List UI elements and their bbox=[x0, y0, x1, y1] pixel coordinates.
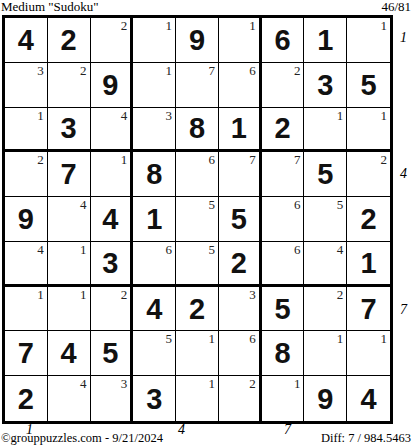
pencil-mark: 6 bbox=[249, 331, 256, 346]
pencil-mark: 6 bbox=[294, 197, 301, 212]
sudoku-cell-r2c3[interactable]: 9 bbox=[91, 63, 134, 108]
pencil-mark: 2 bbox=[80, 63, 87, 78]
row-label-7: 7 bbox=[400, 302, 407, 318]
sudoku-cell-r1c8[interactable]: 1 bbox=[304, 18, 347, 63]
sudoku-cell-r4c3[interactable]: 1 bbox=[91, 152, 134, 197]
sudoku-cell-r5c9[interactable]: 2 bbox=[347, 197, 390, 242]
pencil-mark: 1 bbox=[208, 331, 215, 346]
sudoku-cell-r4c9[interactable]: 2 bbox=[347, 152, 390, 197]
sudoku-cell-r5c3[interactable]: 4 bbox=[91, 197, 134, 242]
given-digit: 1 bbox=[146, 205, 162, 234]
given-digit: 2 bbox=[361, 205, 377, 234]
pencil-mark: 2 bbox=[121, 287, 128, 302]
sudoku-cell-r1c4[interactable]: 1 bbox=[133, 18, 176, 63]
sudoku-cell-r1c3[interactable]: 2 bbox=[91, 18, 134, 63]
pencil-mark: 2 bbox=[294, 63, 301, 78]
sudoku-cell-r2c2[interactable]: 2 bbox=[48, 63, 91, 108]
sudoku-cell-r4c1[interactable]: 2 bbox=[5, 152, 48, 197]
sudoku-cell-r5c4[interactable]: 1 bbox=[133, 197, 176, 242]
given-digit: 1 bbox=[361, 249, 377, 278]
row-label-1: 1 bbox=[400, 30, 407, 46]
pencil-mark: 2 bbox=[249, 376, 256, 391]
pencil-mark: 1 bbox=[80, 287, 87, 302]
sudoku-cell-r8c2[interactable]: 4 bbox=[48, 331, 91, 376]
sudoku-cell-r2c1[interactable]: 3 bbox=[5, 63, 48, 108]
footer: ©grouppuzzles.com - 9/21/2024 Diff: 7 / … bbox=[0, 430, 412, 445]
sudoku-cell-r8c9[interactable]: 1 bbox=[347, 331, 390, 376]
given-digit: 7 bbox=[61, 160, 77, 189]
given-digit: 1 bbox=[231, 114, 247, 143]
sudoku-cell-r5c6[interactable]: 5 bbox=[219, 197, 262, 242]
sudoku-cell-r8c8[interactable]: 1 bbox=[304, 331, 347, 376]
sudoku-cell-r7c9[interactable]: 7 bbox=[347, 287, 390, 332]
sudoku-cell-r1c5[interactable]: 9 bbox=[176, 18, 219, 63]
sudoku-cell-r3c9[interactable]: 1 bbox=[347, 108, 390, 153]
pencil-mark: 3 bbox=[37, 63, 44, 78]
pencil-mark: 2 bbox=[337, 287, 344, 302]
given-digit: 9 bbox=[317, 385, 333, 414]
given-digit: 8 bbox=[189, 114, 205, 143]
given-digit: 2 bbox=[231, 249, 247, 278]
sudoku-cell-r3c3[interactable]: 4 bbox=[91, 108, 134, 153]
sudoku-cell-r9c1[interactable]: 2 bbox=[5, 376, 48, 421]
pencil-mark: 6 bbox=[249, 63, 256, 78]
sudoku-cell-r5c8[interactable]: 5 bbox=[304, 197, 347, 242]
pencil-mark: 4 bbox=[80, 376, 87, 391]
given-digit: 3 bbox=[317, 71, 333, 100]
pencil-mark: 6 bbox=[294, 242, 301, 257]
pencil-mark: 5 bbox=[337, 197, 344, 212]
sudoku-cell-r6c4[interactable]: 6 bbox=[133, 242, 176, 287]
sudoku-cell-r6c7[interactable]: 6 bbox=[262, 242, 305, 287]
sudoku-cell-r2c5[interactable]: 7 bbox=[176, 63, 219, 108]
sudoku-cell-r5c1[interactable]: 9 bbox=[5, 197, 48, 242]
sudoku-cell-r9c9[interactable]: 4 bbox=[347, 376, 390, 421]
sudoku-cell-r5c5[interactable]: 5 bbox=[176, 197, 219, 242]
sudoku-cell-r2c9[interactable]: 5 bbox=[347, 63, 390, 108]
given-digit: 4 bbox=[102, 205, 118, 234]
sudoku-cell-r8c1[interactable]: 7 bbox=[5, 331, 48, 376]
pencil-mark: 1 bbox=[121, 152, 128, 167]
sudoku-cell-r3c8[interactable]: 1 bbox=[304, 108, 347, 153]
pencil-mark: 1 bbox=[249, 18, 256, 33]
given-digit: 2 bbox=[18, 385, 34, 414]
sudoku-cell-r6c5[interactable]: 5 bbox=[176, 242, 219, 287]
given-digit: 2 bbox=[61, 26, 77, 55]
given-digit: 4 bbox=[18, 26, 34, 55]
copyright-text: ©grouppuzzles.com - 9/21/2024 bbox=[0, 431, 163, 445]
sudoku-page: Medium "Sudoku" 46/81 422191611329176235… bbox=[0, 0, 412, 445]
sudoku-cell-r7c6[interactable]: 3 bbox=[219, 287, 262, 332]
sudoku-cell-r4c5[interactable]: 6 bbox=[176, 152, 219, 197]
sudoku-cell-r7c4[interactable]: 4 bbox=[133, 287, 176, 332]
pencil-mark: 7 bbox=[294, 152, 301, 167]
pencil-mark: 1 bbox=[381, 331, 388, 346]
sudoku-cell-r3c4[interactable]: 3 bbox=[133, 108, 176, 153]
pencil-mark: 1 bbox=[80, 242, 87, 257]
progress-counter: 46/81 bbox=[381, 0, 412, 13]
pencil-mark: 2 bbox=[381, 152, 388, 167]
pencil-mark: 3 bbox=[121, 376, 128, 391]
pencil-mark: 5 bbox=[208, 197, 215, 212]
sudoku-cell-r8c4[interactable]: 5 bbox=[133, 331, 176, 376]
pencil-mark: 4 bbox=[37, 242, 44, 257]
sudoku-cell-r7c1[interactable]: 1 bbox=[5, 287, 48, 332]
sudoku-cell-r6c3[interactable]: 3 bbox=[91, 242, 134, 287]
pencil-mark: 5 bbox=[166, 331, 173, 346]
sudoku-cell-r9c6[interactable]: 2 bbox=[219, 376, 262, 421]
given-digit: 4 bbox=[146, 295, 162, 324]
given-digit: 3 bbox=[102, 249, 118, 278]
pencil-mark: 1 bbox=[166, 63, 173, 78]
sudoku-cell-r2c8[interactable]: 3 bbox=[304, 63, 347, 108]
sudoku-cell-r6c2[interactable]: 1 bbox=[48, 242, 91, 287]
sudoku-cell-r3c5[interactable]: 8 bbox=[176, 108, 219, 153]
given-digit: 5 bbox=[317, 160, 333, 189]
pencil-mark: 4 bbox=[80, 197, 87, 212]
given-digit: 1 bbox=[317, 26, 333, 55]
pencil-mark: 5 bbox=[208, 242, 215, 257]
pencil-mark: 3 bbox=[249, 287, 256, 302]
sudoku-cell-r2c4[interactable]: 1 bbox=[133, 63, 176, 108]
pencil-mark: 7 bbox=[208, 63, 215, 78]
pencil-mark: 1 bbox=[337, 331, 344, 346]
page-title: Medium "Sudoku" bbox=[0, 0, 99, 13]
given-digit: 6 bbox=[274, 26, 290, 55]
given-digit: 4 bbox=[61, 339, 77, 368]
sudoku-cell-r5c2[interactable]: 4 bbox=[48, 197, 91, 242]
pencil-mark: 1 bbox=[37, 108, 44, 123]
sudoku-cell-r9c3[interactable]: 3 bbox=[91, 376, 134, 421]
given-digit: 5 bbox=[231, 205, 247, 234]
sudoku-cell-r5c7[interactable]: 6 bbox=[262, 197, 305, 242]
pencil-mark: 2 bbox=[37, 152, 44, 167]
pencil-mark: 7 bbox=[249, 152, 256, 167]
pencil-mark: 1 bbox=[166, 18, 173, 33]
sudoku-cell-r3c2[interactable]: 3 bbox=[48, 108, 91, 153]
sudoku-cell-r7c2[interactable]: 1 bbox=[48, 287, 91, 332]
sudoku-grid: 4221916113291762351343812112718677529441… bbox=[2, 15, 393, 424]
sudoku-cell-r8c7[interactable]: 8 bbox=[262, 331, 305, 376]
sudoku-cell-r1c6[interactable]: 1 bbox=[219, 18, 262, 63]
sudoku-cell-r4c2[interactable]: 7 bbox=[48, 152, 91, 197]
sudoku-cell-r6c6[interactable]: 2 bbox=[219, 242, 262, 287]
sudoku-cell-r6c9[interactable]: 1 bbox=[347, 242, 390, 287]
given-digit: 7 bbox=[18, 339, 34, 368]
row-label-4: 4 bbox=[400, 166, 407, 182]
sudoku-cell-r9c4[interactable]: 3 bbox=[133, 376, 176, 421]
given-digit: 5 bbox=[102, 339, 118, 368]
sudoku-cell-r1c1[interactable]: 4 bbox=[5, 18, 48, 63]
pencil-mark: 1 bbox=[294, 376, 301, 391]
pencil-mark: 1 bbox=[381, 108, 388, 123]
sudoku-cell-r1c7[interactable]: 6 bbox=[262, 18, 305, 63]
given-digit: 3 bbox=[61, 114, 77, 143]
sudoku-cell-r1c9[interactable]: 1 bbox=[347, 18, 390, 63]
sudoku-cell-r8c3[interactable]: 5 bbox=[91, 331, 134, 376]
sudoku-cell-r7c3[interactable]: 2 bbox=[91, 287, 134, 332]
sudoku-cell-r7c8[interactable]: 2 bbox=[304, 287, 347, 332]
given-digit: 9 bbox=[189, 26, 205, 55]
sudoku-cell-r3c7[interactable]: 2 bbox=[262, 108, 305, 153]
sudoku-cell-r1c2[interactable]: 2 bbox=[48, 18, 91, 63]
sudoku-cell-r6c1[interactable]: 4 bbox=[5, 242, 48, 287]
sudoku-cell-r2c6[interactable]: 6 bbox=[219, 63, 262, 108]
sudoku-cell-r4c7[interactable]: 7 bbox=[262, 152, 305, 197]
pencil-mark: 1 bbox=[208, 376, 215, 391]
given-digit: 8 bbox=[274, 339, 290, 368]
sudoku-cell-r9c2[interactable]: 4 bbox=[48, 376, 91, 421]
sudoku-cell-r4c6[interactable]: 7 bbox=[219, 152, 262, 197]
given-digit: 9 bbox=[102, 71, 118, 100]
given-digit: 5 bbox=[361, 71, 377, 100]
sudoku-cell-r9c8[interactable]: 9 bbox=[304, 376, 347, 421]
sudoku-cell-r8c5[interactable]: 1 bbox=[176, 331, 219, 376]
given-digit: 7 bbox=[361, 295, 377, 324]
pencil-mark: 6 bbox=[166, 242, 173, 257]
pencil-mark: 4 bbox=[121, 108, 128, 123]
sudoku-cell-r8c6[interactable]: 6 bbox=[219, 331, 262, 376]
pencil-mark: 1 bbox=[337, 108, 344, 123]
pencil-mark: 4 bbox=[337, 242, 344, 257]
sudoku-cell-r4c8[interactable]: 5 bbox=[304, 152, 347, 197]
sudoku-cell-r3c1[interactable]: 1 bbox=[5, 108, 48, 153]
pencil-mark: 1 bbox=[381, 18, 388, 33]
given-digit: 3 bbox=[146, 385, 162, 414]
sudoku-cell-r3c6[interactable]: 1 bbox=[219, 108, 262, 153]
given-digit: 2 bbox=[189, 295, 205, 324]
sudoku-cell-r6c8[interactable]: 4 bbox=[304, 242, 347, 287]
given-digit: 5 bbox=[274, 295, 290, 324]
sudoku-cell-r4c4[interactable]: 8 bbox=[133, 152, 176, 197]
given-digit: 9 bbox=[18, 205, 34, 234]
sudoku-cell-r2c7[interactable]: 2 bbox=[262, 63, 305, 108]
sudoku-cell-r7c5[interactable]: 2 bbox=[176, 287, 219, 332]
pencil-mark: 1 bbox=[37, 287, 44, 302]
sudoku-cell-r9c5[interactable]: 1 bbox=[176, 376, 219, 421]
difficulty-text: Diff: 7 / 984.5463 bbox=[321, 431, 412, 445]
given-digit: 2 bbox=[274, 114, 290, 143]
given-digit: 8 bbox=[146, 160, 162, 189]
pencil-mark: 6 bbox=[208, 152, 215, 167]
sudoku-cell-r7c7[interactable]: 5 bbox=[262, 287, 305, 332]
pencil-mark: 3 bbox=[166, 108, 173, 123]
sudoku-cell-r9c7[interactable]: 1 bbox=[262, 376, 305, 421]
pencil-mark: 2 bbox=[121, 18, 128, 33]
header: Medium "Sudoku" 46/81 bbox=[0, 0, 412, 15]
given-digit: 4 bbox=[361, 385, 377, 414]
